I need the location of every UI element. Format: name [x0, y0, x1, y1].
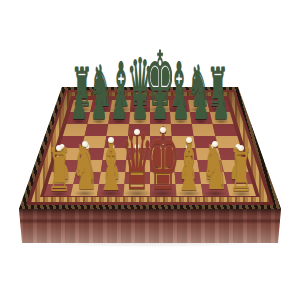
piece-white-knight[interactable]: ♞	[72, 134, 99, 200]
piece-white-bishop[interactable]: ♝	[175, 129, 204, 201]
piece-black-pawn[interactable]: ♟	[193, 84, 210, 126]
piece-black-pawn[interactable]: ♟	[213, 84, 230, 126]
piece-white-rook[interactable]: ♜	[229, 140, 253, 200]
chess-set-photo: ♜♞♝♛♚♝♞♜♟♟♟♟♟♟♟♟♟♟♟♟♟♟♟♟♜♞♝♛♚♝♞♜	[0, 0, 300, 300]
piece-white-knight[interactable]: ♞	[202, 134, 229, 200]
piece-white-rook[interactable]: ♜	[47, 140, 71, 200]
piece-black-pawn[interactable]: ♟	[91, 84, 108, 126]
piece-black-pawn[interactable]: ♟	[70, 84, 87, 126]
